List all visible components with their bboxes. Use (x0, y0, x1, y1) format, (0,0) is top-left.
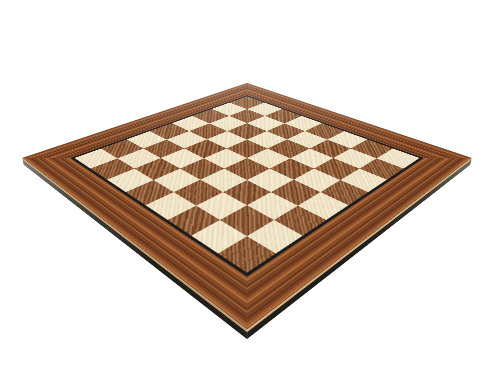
board-square (200, 168, 247, 191)
board-square (314, 158, 359, 180)
board-square (247, 192, 298, 220)
board-square (359, 158, 404, 180)
board-square (225, 158, 270, 180)
board-square (294, 168, 341, 191)
board-square (191, 220, 247, 254)
board-square (247, 168, 294, 191)
board-scene (0, 0, 500, 376)
board-square (154, 168, 201, 191)
board-square (125, 180, 174, 206)
board-square (107, 168, 154, 191)
board-square (196, 192, 247, 220)
playing-field (74, 96, 419, 272)
board-frame-edge-near-left (22, 146, 287, 330)
board-top-surface (22, 83, 472, 330)
board-square (218, 236, 277, 273)
board-square (340, 168, 387, 191)
board-square (269, 158, 314, 180)
chess-board (22, 83, 472, 330)
board-square (220, 205, 273, 235)
board-square (90, 158, 135, 180)
board-square (247, 220, 303, 254)
board-square (135, 158, 180, 180)
board-square (145, 192, 196, 220)
board-square (180, 158, 225, 180)
board-frame-edge-near-right (207, 146, 472, 330)
product-photo (0, 0, 500, 376)
board-square (320, 180, 369, 206)
board-square (298, 192, 349, 220)
board-square (167, 205, 220, 235)
board-square (271, 180, 320, 206)
board-square (274, 205, 327, 235)
board-square (223, 180, 272, 206)
board-square (174, 180, 223, 206)
